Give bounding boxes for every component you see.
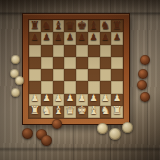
white-pawn[interactable]: ♟ [31,94,39,103]
light-checker-disc[interactable] [97,123,108,134]
white-rook[interactable]: ♜ [30,105,40,116]
dark-checker-disc[interactable] [138,69,148,79]
square-d1[interactable]: ♛ [64,106,76,118]
square-d4[interactable] [64,69,76,81]
square-b1[interactable]: ♞ [41,106,53,118]
square-c3[interactable] [53,81,65,93]
black-pawn[interactable]: ♟ [78,33,86,42]
square-c5[interactable] [53,57,65,69]
black-king[interactable]: ♚ [77,20,87,31]
white-knight[interactable]: ♞ [100,105,110,116]
square-a7[interactable]: ♟ [29,32,41,44]
square-g8[interactable]: ♞ [100,20,112,32]
square-e7[interactable]: ♟ [76,32,88,44]
white-bishop[interactable]: ♝ [53,105,63,116]
black-pawn[interactable]: ♟ [31,33,39,42]
square-e8[interactable]: ♚ [76,20,88,32]
white-pawn[interactable]: ♟ [113,94,121,103]
square-f1[interactable]: ♝ [88,106,100,118]
white-bishop[interactable]: ♝ [89,105,99,116]
square-a1[interactable]: ♜ [29,106,41,118]
square-g5[interactable] [100,57,112,69]
white-pawn[interactable]: ♟ [54,94,62,103]
white-rook[interactable]: ♜ [112,105,122,116]
square-h5[interactable] [111,57,123,69]
square-f7[interactable]: ♟ [88,32,100,44]
square-d8[interactable]: ♛ [64,20,76,32]
square-c8[interactable]: ♝ [53,20,65,32]
square-d6[interactable] [64,45,76,57]
dark-checker-disc[interactable] [52,119,62,129]
light-checker-disc[interactable] [15,76,24,85]
black-knight[interactable]: ♞ [42,20,52,31]
square-f4[interactable] [88,69,100,81]
square-h8[interactable]: ♜ [111,20,123,32]
square-e1[interactable]: ♚ [76,106,88,118]
square-c6[interactable] [53,45,65,57]
square-h6[interactable] [111,45,123,57]
square-h3[interactable] [111,81,123,93]
dark-checker-disc[interactable] [140,55,150,65]
white-pawn[interactable]: ♟ [66,94,74,103]
white-queen[interactable]: ♛ [65,105,75,116]
black-pawn[interactable]: ♟ [43,33,51,42]
square-c1[interactable]: ♝ [53,106,65,118]
square-g7[interactable]: ♟ [100,32,112,44]
square-a6[interactable] [29,45,41,57]
light-checker-disc[interactable] [11,88,20,97]
light-checker-disc[interactable] [109,128,121,140]
dark-checker-disc[interactable] [22,128,33,139]
white-pawn[interactable]: ♟ [43,94,51,103]
white-pawn[interactable]: ♟ [78,94,86,103]
square-g3[interactable] [100,81,112,93]
square-g1[interactable]: ♞ [100,106,112,118]
dark-checker-disc[interactable] [137,80,147,90]
square-f8[interactable]: ♝ [88,20,100,32]
square-b4[interactable] [41,69,53,81]
square-f6[interactable] [88,45,100,57]
square-e5[interactable] [76,57,88,69]
square-h4[interactable] [111,69,123,81]
black-knight[interactable]: ♞ [100,20,110,31]
black-rook[interactable]: ♜ [112,20,122,31]
square-b7[interactable]: ♟ [41,32,53,44]
black-pawn[interactable]: ♟ [90,33,98,42]
square-d5[interactable] [64,57,76,69]
square-e4[interactable] [76,69,88,81]
black-queen[interactable]: ♛ [65,20,75,31]
square-g6[interactable] [100,45,112,57]
square-g4[interactable] [100,69,112,81]
chess-board: ♜♞♝♛♚♝♞♜♟♟♟♟♟♟♟♟♟♟♟♟♟♟♟♟♜♞♝♛♚♝♞♜ [22,13,130,125]
square-c4[interactable] [53,69,65,81]
black-rook[interactable]: ♜ [30,20,40,31]
square-d3[interactable] [64,81,76,93]
tabletop: ♜♞♝♛♚♝♞♜♟♟♟♟♟♟♟♟♟♟♟♟♟♟♟♟♜♞♝♛♚♝♞♜ [0,0,160,160]
light-checker-disc[interactable] [11,55,20,64]
black-bishop[interactable]: ♝ [89,20,99,31]
square-a8[interactable]: ♜ [29,20,41,32]
square-b5[interactable] [41,57,53,69]
black-bishop[interactable]: ♝ [53,20,63,31]
square-b6[interactable] [41,45,53,57]
black-pawn[interactable]: ♟ [54,33,62,42]
square-c7[interactable]: ♟ [53,32,65,44]
white-knight[interactable]: ♞ [42,105,52,116]
square-f5[interactable] [88,57,100,69]
square-a4[interactable] [29,69,41,81]
white-pawn[interactable]: ♟ [101,94,109,103]
square-b8[interactable]: ♞ [41,20,53,32]
white-pawn[interactable]: ♟ [90,94,98,103]
square-h1[interactable]: ♜ [111,106,123,118]
square-f3[interactable] [88,81,100,93]
square-e6[interactable] [76,45,88,57]
square-e3[interactable] [76,81,88,93]
white-king[interactable]: ♚ [77,105,87,116]
light-checker-disc[interactable] [122,122,133,133]
square-h7[interactable]: ♟ [111,32,123,44]
black-pawn[interactable]: ♟ [113,33,121,42]
square-a5[interactable] [29,57,41,69]
black-pawn[interactable]: ♟ [66,33,74,42]
dark-checker-disc[interactable] [140,92,150,102]
black-pawn[interactable]: ♟ [101,33,109,42]
board-grid: ♜♞♝♛♚♝♞♜♟♟♟♟♟♟♟♟♟♟♟♟♟♟♟♟♜♞♝♛♚♝♞♜ [28,19,124,119]
square-b3[interactable] [41,81,53,93]
dark-checker-disc[interactable] [41,135,52,146]
square-a3[interactable] [29,81,41,93]
square-d7[interactable]: ♟ [64,32,76,44]
